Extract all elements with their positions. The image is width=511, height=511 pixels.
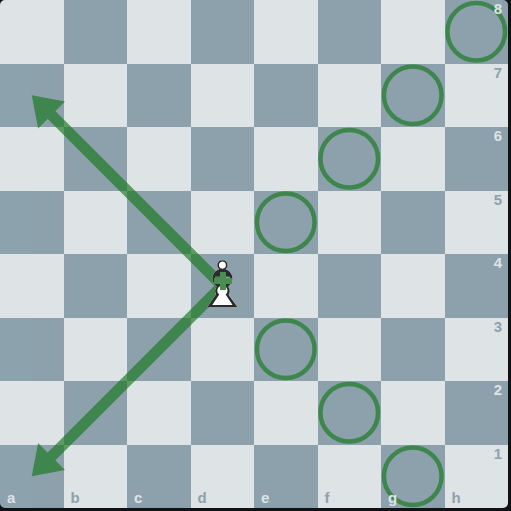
white-bishop[interactable]: ♝♗ (191, 254, 255, 318)
pieces-layer: ♝♗ (0, 0, 508, 508)
bishop-cross-tint (191, 254, 255, 318)
chess-board: ♝♗ 87654321abcdefgh (0, 0, 508, 508)
